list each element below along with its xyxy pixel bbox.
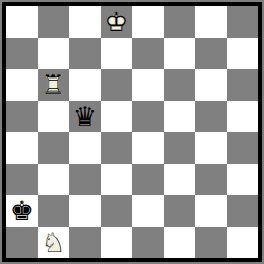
square-b5[interactable] [38,101,70,133]
square-h4[interactable] [227,132,259,164]
white-knight-outline-glyph: ♘ [38,227,70,259]
square-h8[interactable] [227,6,259,38]
square-a5[interactable] [6,101,38,133]
square-f2[interactable] [164,195,196,227]
square-d7[interactable] [101,38,133,70]
square-h1[interactable] [227,227,259,259]
square-f4[interactable] [164,132,196,164]
black-queen-glyph: ♛ [69,101,101,133]
square-g2[interactable] [195,195,227,227]
black-queen-piece[interactable]: ♛ [69,101,101,133]
white-rook-piece[interactable]: ♜♖ [38,69,70,101]
square-g4[interactable] [195,132,227,164]
board-frame: ♚♔♜♖♛♚♞♘ [0,0,264,264]
square-e7[interactable] [132,38,164,70]
square-f3[interactable] [164,164,196,196]
square-f6[interactable] [164,69,196,101]
square-g1[interactable] [195,227,227,259]
square-c2[interactable] [69,195,101,227]
square-c8[interactable] [69,6,101,38]
square-c3[interactable] [69,164,101,196]
square-h3[interactable] [227,164,259,196]
square-h6[interactable] [227,69,259,101]
square-d2[interactable] [101,195,133,227]
square-b2[interactable] [38,195,70,227]
white-king-piece[interactable]: ♚♔ [101,6,133,38]
square-g7[interactable] [195,38,227,70]
white-rook-outline-glyph: ♖ [38,69,70,101]
black-king-piece[interactable]: ♚ [6,195,38,227]
chess-board: ♚♔♜♖♛♚♞♘ [6,6,258,258]
square-b8[interactable] [38,6,70,38]
square-d1[interactable] [101,227,133,259]
square-f1[interactable] [164,227,196,259]
square-e5[interactable] [132,101,164,133]
square-a1[interactable] [6,227,38,259]
square-c7[interactable] [69,38,101,70]
square-e6[interactable] [132,69,164,101]
square-c1[interactable] [69,227,101,259]
square-d6[interactable] [101,69,133,101]
square-f8[interactable] [164,6,196,38]
square-f5[interactable] [164,101,196,133]
square-c6[interactable] [69,69,101,101]
square-a3[interactable] [6,164,38,196]
board-border: ♚♔♜♖♛♚♞♘ [2,2,262,262]
square-d3[interactable] [101,164,133,196]
square-b7[interactable] [38,38,70,70]
square-b4[interactable] [38,132,70,164]
square-e4[interactable] [132,132,164,164]
square-g6[interactable] [195,69,227,101]
square-g5[interactable] [195,101,227,133]
square-d8[interactable]: ♚♔ [101,6,133,38]
square-b3[interactable] [38,164,70,196]
square-d5[interactable] [101,101,133,133]
square-e2[interactable] [132,195,164,227]
square-a2[interactable]: ♚ [6,195,38,227]
square-f7[interactable] [164,38,196,70]
white-knight-piece[interactable]: ♞♘ [38,227,70,259]
square-e8[interactable] [132,6,164,38]
square-e3[interactable] [132,164,164,196]
square-e1[interactable] [132,227,164,259]
square-g8[interactable] [195,6,227,38]
square-h5[interactable] [227,101,259,133]
square-c4[interactable] [69,132,101,164]
white-king-outline-glyph: ♔ [101,6,133,38]
square-b1[interactable]: ♞♘ [38,227,70,259]
square-d4[interactable] [101,132,133,164]
square-h7[interactable] [227,38,259,70]
black-king-glyph: ♚ [6,195,38,227]
square-a7[interactable] [6,38,38,70]
square-h2[interactable] [227,195,259,227]
square-a4[interactable] [6,132,38,164]
square-c5[interactable]: ♛ [69,101,101,133]
square-b6[interactable]: ♜♖ [38,69,70,101]
square-g3[interactable] [195,164,227,196]
square-a8[interactable] [6,6,38,38]
square-a6[interactable] [6,69,38,101]
